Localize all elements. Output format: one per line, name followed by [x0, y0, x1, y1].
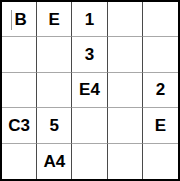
cell-r1c2[interactable]: E	[37, 2, 72, 37]
cell-r3c1[interactable]	[2, 73, 37, 108]
cell-value: C3	[8, 117, 30, 134]
cell-r4c1[interactable]: C3	[2, 108, 37, 143]
cell-r5c5[interactable]	[143, 144, 178, 179]
cell-value: E4	[79, 81, 100, 98]
cell-r5c1[interactable]	[2, 144, 37, 179]
cell-r5c4[interactable]	[108, 144, 143, 179]
cell-value: E	[155, 117, 166, 134]
cell-r2c5[interactable]	[143, 37, 178, 72]
cell-value: E	[49, 11, 60, 28]
cell-r2c1[interactable]	[2, 37, 37, 72]
cell-value: A4	[43, 153, 65, 170]
cell-r4c2[interactable]: 5	[37, 108, 72, 143]
cell-r2c2[interactable]	[37, 37, 72, 72]
cell-r3c2[interactable]	[37, 73, 72, 108]
cell-r1c4[interactable]	[108, 2, 143, 37]
cell-r5c2[interactable]: A4	[37, 144, 72, 179]
cell-r2c4[interactable]	[108, 37, 143, 72]
cell-r4c4[interactable]	[108, 108, 143, 143]
puzzle-board: BE13E42C35EA4	[0, 0, 180, 181]
cell-r4c3[interactable]	[72, 108, 107, 143]
text-caret	[11, 10, 12, 30]
cell-r2c3[interactable]: 3	[72, 37, 107, 72]
cell-r4c5[interactable]: E	[143, 108, 178, 143]
cell-value: 1	[85, 11, 94, 28]
cell-r1c3[interactable]: 1	[72, 2, 107, 37]
cell-value: 2	[156, 81, 165, 98]
cell-r5c3[interactable]	[72, 144, 107, 179]
cell-r3c3[interactable]: E4	[72, 73, 107, 108]
cell-r3c4[interactable]	[108, 73, 143, 108]
cell-value: 5	[50, 117, 59, 134]
cell-r1c1[interactable]: B	[2, 2, 37, 37]
cell-value: B	[14, 11, 26, 28]
cell-r3c5[interactable]: 2	[143, 73, 178, 108]
cell-r1c5[interactable]	[143, 2, 178, 37]
cell-value: 3	[85, 46, 94, 63]
